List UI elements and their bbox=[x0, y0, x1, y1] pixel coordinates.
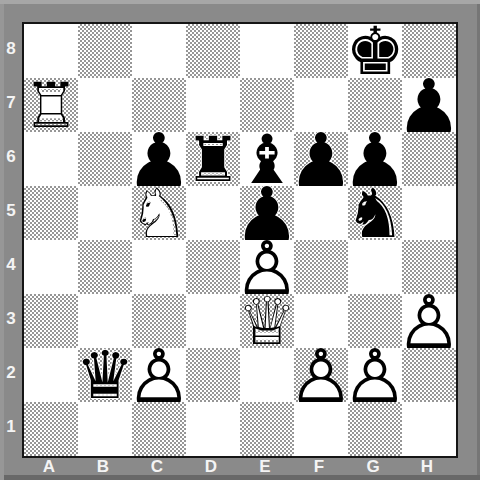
square-e4-white-pawn[interactable]: ♟♙ bbox=[240, 240, 294, 294]
square-h7-black-pawn[interactable]: ♟ bbox=[402, 78, 456, 132]
file-label-h: H bbox=[400, 456, 454, 478]
square-c7[interactable] bbox=[132, 78, 186, 132]
square-h5[interactable] bbox=[402, 186, 456, 240]
file-label-g: G bbox=[346, 456, 400, 478]
square-a4[interactable] bbox=[24, 240, 78, 294]
square-e6-black-bishop[interactable]: ♝ bbox=[240, 132, 294, 186]
square-f1[interactable] bbox=[294, 402, 348, 456]
square-b8[interactable] bbox=[78, 24, 132, 78]
white-pawn-icon[interactable]: ♟ bbox=[348, 349, 402, 403]
square-e8[interactable] bbox=[240, 24, 294, 78]
square-b3[interactable] bbox=[78, 294, 132, 348]
rank-label-5: 5 bbox=[0, 184, 22, 238]
square-e7[interactable] bbox=[240, 78, 294, 132]
rank-label-7: 7 bbox=[0, 76, 22, 130]
square-a8[interactable] bbox=[24, 24, 78, 78]
white-knight-icon[interactable]: ♞ bbox=[132, 187, 186, 241]
white-pawn-icon[interactable]: ♟ bbox=[240, 241, 294, 295]
rank-label-6: 6 bbox=[0, 130, 22, 184]
black-queen-icon[interactable]: ♛ bbox=[78, 349, 132, 403]
square-h1[interactable] bbox=[402, 402, 456, 456]
square-d4[interactable] bbox=[186, 240, 240, 294]
square-a1[interactable] bbox=[24, 402, 78, 456]
square-g6-black-pawn[interactable]: ♟ bbox=[348, 132, 402, 186]
square-h2[interactable] bbox=[402, 348, 456, 402]
square-c4[interactable] bbox=[132, 240, 186, 294]
square-g8-black-king[interactable]: ♚ bbox=[348, 24, 402, 78]
square-c2-white-pawn[interactable]: ♟♙ bbox=[132, 348, 186, 402]
file-label-f: F bbox=[292, 456, 346, 478]
square-c6-black-pawn[interactable]: ♟ bbox=[132, 132, 186, 186]
square-e1[interactable] bbox=[240, 402, 294, 456]
square-h4[interactable] bbox=[402, 240, 456, 294]
square-e5-black-pawn[interactable]: ♟ bbox=[240, 186, 294, 240]
white-pawn-icon[interactable]: ♙ bbox=[402, 295, 456, 349]
square-g2-white-pawn[interactable]: ♟♙ bbox=[348, 348, 402, 402]
rank-label-3: 3 bbox=[0, 292, 22, 346]
square-d7[interactable] bbox=[186, 78, 240, 132]
board-frame: ♚♜♖♟♟♜♝♟♟♞♘♟♞♟♙♛♕♟♙♛♟♙♟♙♟♙ 87654321 ABCD… bbox=[0, 0, 480, 480]
square-b2-black-queen[interactable]: ♛ bbox=[78, 348, 132, 402]
white-rook-icon[interactable]: ♖ bbox=[24, 79, 78, 133]
square-e3-white-queen[interactable]: ♛♕ bbox=[240, 294, 294, 348]
square-g7[interactable] bbox=[348, 78, 402, 132]
black-pawn-icon[interactable]: ♟ bbox=[132, 133, 186, 187]
square-a5[interactable] bbox=[24, 186, 78, 240]
square-h8[interactable] bbox=[402, 24, 456, 78]
square-c5-white-knight[interactable]: ♞♘ bbox=[132, 186, 186, 240]
square-e2[interactable] bbox=[240, 348, 294, 402]
black-bishop-icon[interactable]: ♝ bbox=[240, 133, 294, 187]
square-g1[interactable] bbox=[348, 402, 402, 456]
rank-label-4: 4 bbox=[0, 238, 22, 292]
file-label-b: B bbox=[76, 456, 130, 478]
file-label-a: A bbox=[22, 456, 76, 478]
black-pawn-icon[interactable]: ♟ bbox=[402, 79, 456, 133]
black-pawn-icon[interactable]: ♟ bbox=[294, 133, 348, 187]
square-f4[interactable] bbox=[294, 240, 348, 294]
square-g4[interactable] bbox=[348, 240, 402, 294]
square-b1[interactable] bbox=[78, 402, 132, 456]
white-knight-icon[interactable]: ♘ bbox=[132, 187, 186, 241]
white-queen-icon[interactable]: ♕ bbox=[240, 295, 294, 349]
square-c3[interactable] bbox=[132, 294, 186, 348]
black-king-icon[interactable]: ♚ bbox=[348, 25, 402, 79]
rank-label-1: 1 bbox=[0, 400, 22, 454]
square-h6[interactable] bbox=[402, 132, 456, 186]
square-f8[interactable] bbox=[294, 24, 348, 78]
white-pawn-icon[interactable]: ♙ bbox=[348, 349, 402, 403]
square-f2-white-pawn[interactable]: ♟♙ bbox=[294, 348, 348, 402]
square-c8[interactable] bbox=[132, 24, 186, 78]
black-rook-icon[interactable]: ♜ bbox=[186, 133, 240, 187]
white-queen-icon[interactable]: ♛ bbox=[240, 295, 294, 349]
black-knight-icon[interactable]: ♞ bbox=[348, 187, 402, 241]
square-f7[interactable] bbox=[294, 78, 348, 132]
square-a7-white-rook[interactable]: ♜♖ bbox=[24, 78, 78, 132]
square-d2[interactable] bbox=[186, 348, 240, 402]
white-pawn-icon[interactable]: ♟ bbox=[132, 349, 186, 403]
white-pawn-icon[interactable]: ♙ bbox=[132, 349, 186, 403]
file-label-c: C bbox=[130, 456, 184, 478]
square-a3[interactable] bbox=[24, 294, 78, 348]
square-d6-black-rook[interactable]: ♜ bbox=[186, 132, 240, 186]
white-rook-icon[interactable]: ♜ bbox=[24, 79, 78, 133]
white-pawn-icon[interactable]: ♙ bbox=[240, 241, 294, 295]
square-d3[interactable] bbox=[186, 294, 240, 348]
square-f6-black-pawn[interactable]: ♟ bbox=[294, 132, 348, 186]
rank-label-2: 2 bbox=[0, 346, 22, 400]
black-pawn-icon[interactable]: ♟ bbox=[240, 187, 294, 241]
square-f3[interactable] bbox=[294, 294, 348, 348]
white-pawn-icon[interactable]: ♟ bbox=[294, 349, 348, 403]
square-b5[interactable] bbox=[78, 186, 132, 240]
white-pawn-icon[interactable]: ♙ bbox=[294, 349, 348, 403]
white-pawn-icon[interactable]: ♟ bbox=[402, 295, 456, 349]
square-d8[interactable] bbox=[186, 24, 240, 78]
rank-label-8: 8 bbox=[0, 22, 22, 76]
chess-board: ♚♜♖♟♟♜♝♟♟♞♘♟♞♟♙♛♕♟♙♛♟♙♟♙♟♙ bbox=[22, 22, 458, 458]
file-label-e: E bbox=[238, 456, 292, 478]
file-label-d: D bbox=[184, 456, 238, 478]
square-b6[interactable] bbox=[78, 132, 132, 186]
square-f5[interactable] bbox=[294, 186, 348, 240]
square-g5-black-knight[interactable]: ♞ bbox=[348, 186, 402, 240]
square-d5[interactable] bbox=[186, 186, 240, 240]
square-b7[interactable] bbox=[78, 78, 132, 132]
square-g3[interactable] bbox=[348, 294, 402, 348]
square-a2[interactable] bbox=[24, 348, 78, 402]
square-b4[interactable] bbox=[78, 240, 132, 294]
square-h3-white-pawn[interactable]: ♟♙ bbox=[402, 294, 456, 348]
black-pawn-icon[interactable]: ♟ bbox=[348, 133, 402, 187]
square-d1[interactable] bbox=[186, 402, 240, 456]
square-c1[interactable] bbox=[132, 402, 186, 456]
square-a6[interactable] bbox=[24, 132, 78, 186]
